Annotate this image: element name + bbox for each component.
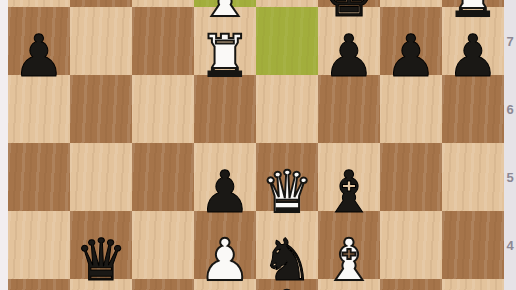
square-b4[interactable]: ♛ <box>70 211 132 279</box>
square-g4[interactable] <box>380 211 442 279</box>
coordinate-rail: 7654 <box>504 0 516 290</box>
square-b7[interactable] <box>70 7 132 75</box>
square-e3[interactable]: ♟ <box>256 279 318 290</box>
square-b6[interactable] <box>70 75 132 143</box>
black-bishop-f5[interactable]: ♝ <box>318 163 380 221</box>
square-e7[interactable] <box>256 7 318 75</box>
white-pawn-d4[interactable]: ♟ <box>194 231 256 289</box>
square-c8[interactable] <box>132 0 194 7</box>
square-h3[interactable] <box>442 279 504 290</box>
square-c7[interactable] <box>132 7 194 75</box>
square-f5[interactable]: ♝ <box>318 143 380 211</box>
square-e6[interactable] <box>256 75 318 143</box>
square-g8[interactable] <box>380 0 442 7</box>
rank-label-5: 5 <box>504 170 516 185</box>
white-bishop-f4[interactable]: ♝ <box>318 231 380 289</box>
chess-board: ♝♚♜♟♜♟♟♟♟♛♝♛♟♞♝♟ <box>8 0 504 290</box>
square-h4[interactable] <box>442 211 504 279</box>
square-g5[interactable] <box>380 143 442 211</box>
square-g3[interactable] <box>380 279 442 290</box>
square-a7[interactable]: ♟ <box>8 7 70 75</box>
square-g7[interactable]: ♟ <box>380 7 442 75</box>
rank-label-4: 4 <box>504 238 516 253</box>
square-c6[interactable] <box>132 75 194 143</box>
rank-label-7: 7 <box>504 34 516 49</box>
black-pawn-a7[interactable]: ♟ <box>8 27 70 85</box>
square-b5[interactable] <box>70 143 132 211</box>
black-pawn-g7[interactable]: ♟ <box>380 27 442 85</box>
square-e5[interactable]: ♛ <box>256 143 318 211</box>
black-pawn-f7[interactable]: ♟ <box>318 27 380 85</box>
square-c4[interactable] <box>132 211 194 279</box>
square-a8[interactable] <box>8 0 70 7</box>
white-pawn-e3[interactable]: ♟ <box>256 283 318 290</box>
left-margin-rail <box>0 0 8 290</box>
square-a4[interactable] <box>8 211 70 279</box>
black-pawn-d5[interactable]: ♟ <box>194 163 256 221</box>
black-queen-b4[interactable]: ♛ <box>70 231 132 289</box>
white-rook-d7[interactable]: ♜ <box>194 27 256 85</box>
square-c5[interactable] <box>132 143 194 211</box>
square-h5[interactable] <box>442 143 504 211</box>
square-d8[interactable]: ♝ <box>194 0 256 7</box>
square-a3[interactable] <box>8 279 70 290</box>
rank-label-6: 6 <box>504 102 516 117</box>
square-a5[interactable] <box>8 143 70 211</box>
square-f8[interactable]: ♚ <box>318 0 380 7</box>
white-queen-e5[interactable]: ♛ <box>256 163 318 221</box>
square-d5[interactable]: ♟ <box>194 143 256 211</box>
square-h8[interactable]: ♜ <box>442 0 504 7</box>
black-pawn-h7[interactable]: ♟ <box>442 27 504 85</box>
square-c3[interactable] <box>132 279 194 290</box>
square-e8[interactable] <box>256 0 318 7</box>
square-b8[interactable] <box>70 0 132 7</box>
